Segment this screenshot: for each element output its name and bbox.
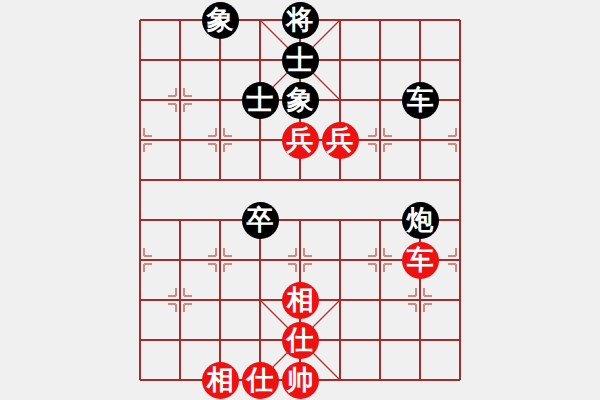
red-chariot-piece[interactable]: 车 [402,242,439,279]
black-cannon-piece[interactable]: 炮 [402,202,439,239]
black-general-piece[interactable]: 将 [282,2,319,39]
piece-glyph: 象 [287,86,314,113]
red-pawn-piece[interactable]: 兵 [322,122,359,159]
piece-glyph: 士 [287,46,314,73]
red-elephant-piece[interactable]: 相 [202,362,239,399]
piece-glyph: 卒 [247,206,274,233]
piece-glyph: 相 [207,366,234,393]
red-advisor-piece[interactable]: 仕 [242,362,279,399]
piece-glyph: 车 [407,246,434,273]
piece-glyph: 帅 [287,366,314,393]
board-intersections-grid: 象将士士象车兵兵卒炮车相仕相仕帅 [120,0,480,400]
piece-glyph: 车 [407,86,434,113]
piece-glyph: 仕 [287,326,314,353]
black-elephant-piece[interactable]: 象 [282,82,319,119]
piece-glyph: 炮 [407,206,434,233]
black-advisor-piece[interactable]: 士 [242,82,279,119]
black-pawn-piece[interactable]: 卒 [242,202,279,239]
piece-glyph: 象 [207,6,234,33]
black-chariot-piece[interactable]: 车 [402,82,439,119]
piece-glyph: 将 [287,6,314,33]
piece-glyph: 仕 [247,366,274,393]
piece-glyph: 相 [287,286,314,313]
red-elephant-piece[interactable]: 相 [282,282,319,319]
black-elephant-piece[interactable]: 象 [202,2,239,39]
black-advisor-piece[interactable]: 士 [282,42,319,79]
red-general-piece[interactable]: 帅 [282,362,319,399]
red-advisor-piece[interactable]: 仕 [282,322,319,359]
xiangqi-board: 象将士士象车兵兵卒炮车相仕相仕帅 [0,0,600,400]
piece-glyph: 兵 [327,126,354,153]
piece-glyph: 兵 [287,126,314,153]
piece-glyph: 士 [247,86,274,113]
red-pawn-piece[interactable]: 兵 [282,122,319,159]
